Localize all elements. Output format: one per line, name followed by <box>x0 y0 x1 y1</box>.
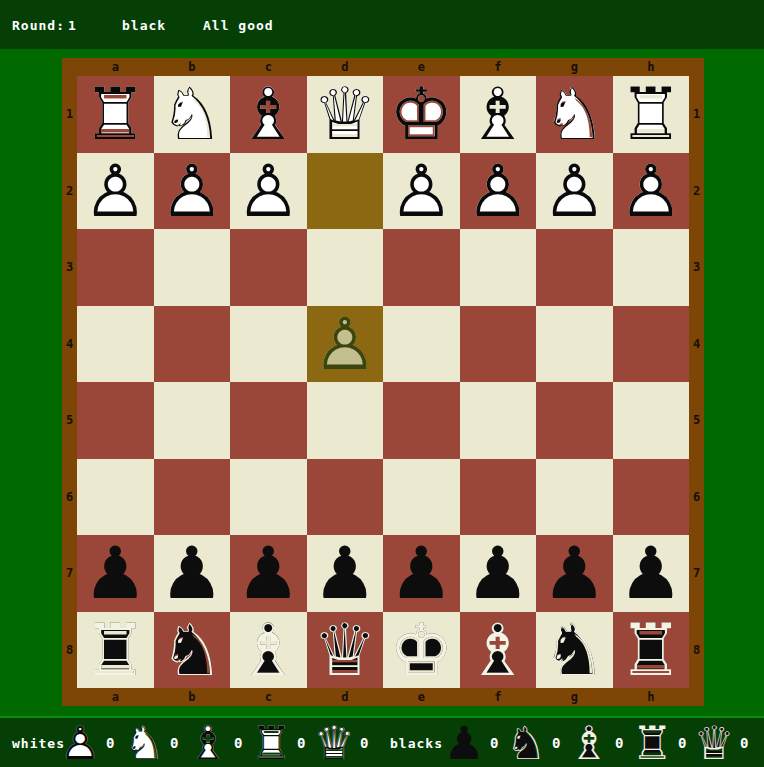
square-g5[interactable] <box>536 382 613 459</box>
square-f1[interactable]: ♝♗ <box>460 76 537 153</box>
square-f3[interactable] <box>460 229 537 306</box>
square-f7[interactable]: ♟ <box>460 535 537 612</box>
black-rook: ♜♖ <box>77 612 154 689</box>
white-pawn-icon: ♟♙ <box>58 718 102 767</box>
black-bishop: ♝♗ <box>460 612 537 689</box>
rank-label: 3 <box>62 229 77 306</box>
black-queen-icon: ♛♕ <box>692 718 736 767</box>
black-rook: ♜♖ <box>613 612 690 689</box>
square-e5[interactable] <box>383 382 460 459</box>
square-b6[interactable] <box>154 459 231 536</box>
square-e1[interactable]: ♚♔ <box>383 76 460 153</box>
white-knight-tray-item: ♞♘0 <box>122 718 178 767</box>
black-pawn: ♟ <box>460 535 537 612</box>
square-g3[interactable] <box>536 229 613 306</box>
square-g8[interactable]: ♞♘ <box>536 612 613 689</box>
square-b5[interactable] <box>154 382 231 459</box>
square-c3[interactable] <box>230 229 307 306</box>
chess-app-window: Round: 1 black All good abcdefgh abcdefg… <box>0 0 764 767</box>
square-d6[interactable] <box>307 459 384 536</box>
white-pawn: ♟♙ <box>383 153 460 230</box>
engine-status: All good <box>203 17 274 32</box>
white-rook-tray-item: ♜♖0 <box>249 718 305 767</box>
square-f2[interactable]: ♟♙ <box>460 153 537 230</box>
status-bar: Round: 1 black All good <box>0 0 764 49</box>
black-bishop-tray-item: ♝♗0 <box>567 718 623 767</box>
black-pawn-count: 0 <box>490 735 498 751</box>
white-bishop-count: 0 <box>234 735 242 751</box>
black-pawn: ♟ <box>307 535 384 612</box>
square-g2[interactable]: ♟♙ <box>536 153 613 230</box>
white-knight: ♞♘ <box>536 76 613 153</box>
square-f8[interactable]: ♝♗ <box>460 612 537 689</box>
square-b2[interactable]: ♟♙ <box>154 153 231 230</box>
square-f5[interactable] <box>460 382 537 459</box>
rank-label: 4 <box>689 306 704 383</box>
square-h6[interactable] <box>613 459 690 536</box>
black-knight-count: 0 <box>552 735 560 751</box>
square-d7[interactable]: ♟ <box>307 535 384 612</box>
square-g1[interactable]: ♞♘ <box>536 76 613 153</box>
white-rook-count: 0 <box>297 735 305 751</box>
square-a7[interactable]: ♟ <box>77 535 154 612</box>
square-b7[interactable]: ♟ <box>154 535 231 612</box>
white-pawn: ♟♙ <box>154 153 231 230</box>
square-g6[interactable] <box>536 459 613 536</box>
square-e6[interactable] <box>383 459 460 536</box>
white-bishop-icon: ♝♗ <box>186 718 230 767</box>
square-g7[interactable]: ♟ <box>536 535 613 612</box>
black-pawn: ♟ <box>77 535 154 612</box>
square-e4[interactable] <box>383 306 460 383</box>
board-squares-grid: ♜♖♞♘♝♗♛♕♚♔♝♗♞♘♜♖♟♙♟♙♟♙♟♙♟♙♟♙♟♙♟♙♟♟♟♟♟♟♟♟… <box>77 76 689 688</box>
white-pawn: ♟♙ <box>613 153 690 230</box>
square-h3[interactable] <box>613 229 690 306</box>
square-e2[interactable]: ♟♙ <box>383 153 460 230</box>
white-knight-icon: ♞♘ <box>122 718 166 767</box>
square-h2[interactable]: ♟♙ <box>613 153 690 230</box>
black-bishop: ♝♗ <box>230 612 307 689</box>
black-knight: ♞♘ <box>536 612 613 689</box>
white-pawn: ♟♙ <box>536 153 613 230</box>
round-value: 1 <box>68 17 77 32</box>
square-d2[interactable] <box>307 153 384 230</box>
rank-label: 2 <box>62 153 77 230</box>
square-h5[interactable] <box>613 382 690 459</box>
square-f6[interactable] <box>460 459 537 536</box>
white-pawn-tray-item: ♟♙0 <box>58 718 114 767</box>
rank-labels-right: 12345678 <box>689 76 704 688</box>
white-knight-count: 0 <box>170 735 178 751</box>
square-a8[interactable]: ♜♖ <box>77 612 154 689</box>
square-d5[interactable] <box>307 382 384 459</box>
square-c6[interactable] <box>230 459 307 536</box>
square-a5[interactable] <box>77 382 154 459</box>
blacks-tray-label: blacks <box>390 735 443 750</box>
square-c7[interactable]: ♟ <box>230 535 307 612</box>
square-d4[interactable]: ♟♙ <box>307 306 384 383</box>
black-queen-tray-item: ♛♕0 <box>692 718 748 767</box>
square-c2[interactable]: ♟♙ <box>230 153 307 230</box>
turn-indicator: black <box>122 17 166 32</box>
white-pawn: ♟♙ <box>460 153 537 230</box>
white-bishop: ♝♗ <box>460 76 537 153</box>
square-d3[interactable] <box>307 229 384 306</box>
square-a1[interactable]: ♜♖ <box>77 76 154 153</box>
square-a3[interactable] <box>77 229 154 306</box>
captured-pieces-tray: whites blacks ♟♙0♞♘0♝♗0♜♖0♛♕0♟0♞♘0♝♗0♜♖0… <box>0 718 764 767</box>
black-pawn: ♟ <box>154 535 231 612</box>
round-label: Round: <box>12 17 65 32</box>
white-queen-tray-item: ♛♕0 <box>312 718 368 767</box>
rank-label: 5 <box>689 382 704 459</box>
square-d8[interactable]: ♛♕ <box>307 612 384 689</box>
white-rook: ♜♖ <box>613 76 690 153</box>
white-bishop-tray-item: ♝♗0 <box>186 718 242 767</box>
black-rook-count: 0 <box>678 735 686 751</box>
square-h1[interactable]: ♜♖ <box>613 76 690 153</box>
square-c8[interactable]: ♝♗ <box>230 612 307 689</box>
square-b3[interactable] <box>154 229 231 306</box>
white-queen: ♛♕ <box>307 76 384 153</box>
black-bishop-icon: ♝♗ <box>567 718 611 767</box>
black-pawn: ♟ <box>230 535 307 612</box>
rank-label: 3 <box>689 229 704 306</box>
rank-label: 8 <box>62 612 77 689</box>
black-knight-icon: ♞♘ <box>504 718 548 767</box>
rank-label: 7 <box>62 535 77 612</box>
rank-label: 2 <box>689 153 704 230</box>
square-c5[interactable] <box>230 382 307 459</box>
square-h4[interactable] <box>613 306 690 383</box>
rank-label: 6 <box>689 459 704 536</box>
rank-label: 5 <box>62 382 77 459</box>
rank-label: 1 <box>689 76 704 153</box>
rank-labels-left: 12345678 <box>62 76 77 688</box>
white-pawn: ♟♙ <box>77 153 154 230</box>
square-e8[interactable]: ♚♔ <box>383 612 460 689</box>
rank-label: 1 <box>62 76 77 153</box>
black-pawn: ♟ <box>536 535 613 612</box>
white-rook: ♜♖ <box>77 76 154 153</box>
black-knight-tray-item: ♞♘0 <box>504 718 560 767</box>
black-pawn-icon: ♟ <box>442 718 486 767</box>
square-b8[interactable]: ♞♘ <box>154 612 231 689</box>
square-h8[interactable]: ♜♖ <box>613 612 690 689</box>
black-pawn: ♟ <box>383 535 460 612</box>
square-g4[interactable] <box>536 306 613 383</box>
rank-label: 7 <box>689 535 704 612</box>
white-queen-count: 0 <box>360 735 368 751</box>
square-e3[interactable] <box>383 229 460 306</box>
square-d1[interactable]: ♛♕ <box>307 76 384 153</box>
square-h7[interactable]: ♟ <box>613 535 690 612</box>
square-b1[interactable]: ♞♘ <box>154 76 231 153</box>
black-bishop-count: 0 <box>615 735 623 751</box>
white-king: ♚♔ <box>383 76 460 153</box>
black-rook-tray-item: ♜♖0 <box>630 718 686 767</box>
square-c4[interactable] <box>230 306 307 383</box>
white-rook-icon: ♜♖ <box>249 718 293 767</box>
black-queen-count: 0 <box>740 735 748 751</box>
square-c1[interactable]: ♝♗ <box>230 76 307 153</box>
square-e7[interactable]: ♟ <box>383 535 460 612</box>
white-bishop: ♝♗ <box>230 76 307 153</box>
chess-board: abcdefgh abcdefgh 12345678 12345678 ♜♖♞♘… <box>62 58 704 706</box>
white-pawn: ♟♙ <box>230 153 307 230</box>
black-pawn-tray-item: ♟0 <box>442 718 498 767</box>
square-b4[interactable] <box>154 306 231 383</box>
black-rook-icon: ♜♖ <box>630 718 674 767</box>
black-knight: ♞♘ <box>154 612 231 689</box>
white-pawn-count: 0 <box>106 735 114 751</box>
black-king: ♚♔ <box>383 612 460 689</box>
black-queen: ♛♕ <box>307 612 384 689</box>
white-pawn: ♟♙ <box>307 306 384 383</box>
square-a2[interactable]: ♟♙ <box>77 153 154 230</box>
white-knight: ♞♘ <box>154 76 231 153</box>
rank-label: 6 <box>62 459 77 536</box>
square-f4[interactable] <box>460 306 537 383</box>
rank-label: 8 <box>689 612 704 689</box>
square-a4[interactable] <box>77 306 154 383</box>
white-queen-icon: ♛♕ <box>312 718 356 767</box>
black-pawn: ♟ <box>613 535 690 612</box>
rank-label: 4 <box>62 306 77 383</box>
square-a6[interactable] <box>77 459 154 536</box>
